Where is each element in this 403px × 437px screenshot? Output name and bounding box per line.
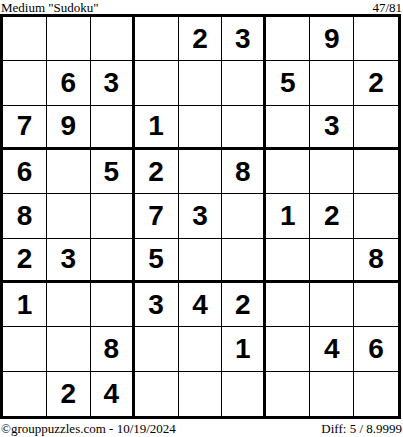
cell-r4c8[interactable] — [310, 150, 354, 194]
cell-r9c9[interactable] — [354, 372, 398, 416]
cell-r5c5[interactable]: 3 — [179, 194, 223, 238]
cell-r6c1[interactable]: 2 — [3, 239, 47, 283]
cell-r1c8[interactable]: 9 — [310, 17, 354, 61]
cell-r7c8[interactable] — [310, 283, 354, 327]
cell-r1c3[interactable] — [91, 17, 135, 61]
cell-r5c4[interactable]: 7 — [135, 194, 179, 238]
cell-r4c1[interactable]: 6 — [3, 150, 47, 194]
cell-r2c5[interactable] — [179, 61, 223, 105]
cell-r5c9[interactable] — [354, 194, 398, 238]
cell-r6c8[interactable] — [310, 239, 354, 283]
cell-r8c2[interactable] — [47, 327, 91, 371]
cell-r4c4[interactable]: 2 — [135, 150, 179, 194]
cell-r1c2[interactable] — [47, 17, 91, 61]
copyright-date-text: ©grouppuzzles.com - 10/19/2024 — [1, 421, 176, 436]
cell-r2c9[interactable]: 2 — [354, 61, 398, 105]
cell-r4c9[interactable] — [354, 150, 398, 194]
cell-r3c2[interactable]: 9 — [47, 106, 91, 150]
cell-r6c6[interactable] — [222, 239, 266, 283]
cell-r8c8[interactable]: 4 — [310, 327, 354, 371]
cell-r7c9[interactable] — [354, 283, 398, 327]
cell-r9c2[interactable]: 2 — [47, 372, 91, 416]
cell-r2c2[interactable]: 6 — [47, 61, 91, 105]
cell-r5c1[interactable]: 8 — [3, 194, 47, 238]
sudoku-board: 2396352791365288731223581342814624 — [0, 14, 401, 419]
cell-r1c9[interactable] — [354, 17, 398, 61]
cell-r5c7[interactable]: 1 — [266, 194, 310, 238]
cell-r8c1[interactable] — [3, 327, 47, 371]
sudoku-page: Medium "Sudoku" 47/81 239635279136528873… — [0, 0, 403, 437]
cell-r4c5[interactable] — [179, 150, 223, 194]
cell-r3c5[interactable] — [179, 106, 223, 150]
cell-r3c7[interactable] — [266, 106, 310, 150]
cell-r3c1[interactable]: 7 — [3, 106, 47, 150]
cell-r4c7[interactable] — [266, 150, 310, 194]
cell-r2c3[interactable]: 3 — [91, 61, 135, 105]
cell-r6c3[interactable] — [91, 239, 135, 283]
cell-r3c6[interactable] — [222, 106, 266, 150]
cell-r3c4[interactable]: 1 — [135, 106, 179, 150]
cell-r9c5[interactable] — [179, 372, 223, 416]
cell-r7c3[interactable] — [91, 283, 135, 327]
cell-r9c1[interactable] — [3, 372, 47, 416]
cell-r5c6[interactable] — [222, 194, 266, 238]
cell-r6c2[interactable]: 3 — [47, 239, 91, 283]
cell-r7c7[interactable] — [266, 283, 310, 327]
cell-r5c3[interactable] — [91, 194, 135, 238]
cell-r7c5[interactable]: 4 — [179, 283, 223, 327]
cell-r1c1[interactable] — [3, 17, 47, 61]
cell-r4c3[interactable]: 5 — [91, 150, 135, 194]
cell-r2c7[interactable]: 5 — [266, 61, 310, 105]
cell-r9c7[interactable] — [266, 372, 310, 416]
cell-r8c6[interactable]: 1 — [222, 327, 266, 371]
cell-r2c6[interactable] — [222, 61, 266, 105]
cell-r7c2[interactable] — [47, 283, 91, 327]
cell-r5c2[interactable] — [47, 194, 91, 238]
cell-r8c9[interactable]: 6 — [354, 327, 398, 371]
cell-r2c8[interactable] — [310, 61, 354, 105]
cell-r8c7[interactable] — [266, 327, 310, 371]
cell-r1c6[interactable]: 3 — [222, 17, 266, 61]
cell-r3c9[interactable] — [354, 106, 398, 150]
cell-r8c3[interactable]: 8 — [91, 327, 135, 371]
difficulty-text: Diff: 5 / 8.9999 — [321, 421, 402, 436]
cell-r6c9[interactable]: 8 — [354, 239, 398, 283]
cell-r3c3[interactable] — [91, 106, 135, 150]
cell-r8c5[interactable] — [179, 327, 223, 371]
cell-r9c6[interactable] — [222, 372, 266, 416]
cell-r9c4[interactable] — [135, 372, 179, 416]
cell-r1c5[interactable]: 2 — [179, 17, 223, 61]
cell-r6c7[interactable] — [266, 239, 310, 283]
puzzle-title: Medium "Sudoku" — [1, 1, 99, 14]
cell-r6c4[interactable]: 5 — [135, 239, 179, 283]
cell-r4c6[interactable]: 8 — [222, 150, 266, 194]
cell-r7c6[interactable]: 2 — [222, 283, 266, 327]
cell-r7c4[interactable]: 3 — [135, 283, 179, 327]
cell-r4c2[interactable] — [47, 150, 91, 194]
cell-r7c1[interactable]: 1 — [3, 283, 47, 327]
cell-r9c3[interactable]: 4 — [91, 372, 135, 416]
cell-r3c8[interactable]: 3 — [310, 106, 354, 150]
cell-r9c8[interactable] — [310, 372, 354, 416]
footer-bar: ©grouppuzzles.com - 10/19/2024 Diff: 5 /… — [0, 419, 403, 436]
cell-r8c4[interactable] — [135, 327, 179, 371]
blank-cell-counter: 47/81 — [372, 1, 402, 14]
cell-r5c8[interactable]: 2 — [310, 194, 354, 238]
cell-r6c5[interactable] — [179, 239, 223, 283]
cell-r1c7[interactable] — [266, 17, 310, 61]
cell-r1c4[interactable] — [135, 17, 179, 61]
cell-r2c1[interactable] — [3, 61, 47, 105]
cell-r2c4[interactable] — [135, 61, 179, 105]
header-bar: Medium "Sudoku" 47/81 — [0, 0, 403, 14]
